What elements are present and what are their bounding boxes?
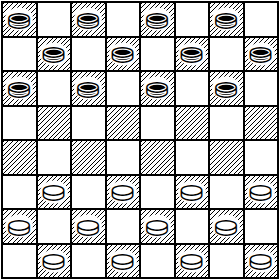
square-28-r7c7[interactable]: ⛀	[210, 210, 243, 243]
square-6-r2c4[interactable]: ⛂	[107, 38, 140, 71]
square-1-r1c1[interactable]: ⛂	[3, 3, 36, 36]
square-22-r6c4[interactable]: ⛀	[107, 176, 140, 209]
light-square-r8c7[interactable]	[210, 245, 243, 278]
black-man-piece[interactable]: ⛂	[249, 39, 273, 68]
light-square-r1c2[interactable]	[38, 3, 71, 36]
white-man-piece[interactable]: ⛀	[214, 212, 238, 241]
light-square-r2c3[interactable]	[72, 38, 105, 71]
square-21-r6c2[interactable]: ⛀	[38, 176, 71, 209]
square-17-r5c1[interactable]	[3, 141, 36, 174]
white-man-piece[interactable]: ⛀	[145, 212, 169, 241]
white-man-piece[interactable]: ⛀	[111, 246, 135, 275]
square-13-r4c2[interactable]	[38, 107, 71, 140]
light-square-r8c3[interactable]	[72, 245, 105, 278]
light-square-r4c3[interactable]	[72, 107, 105, 140]
light-square-r4c5[interactable]	[141, 107, 174, 140]
square-30-r8c4[interactable]: ⛀	[107, 245, 140, 278]
black-man-piece[interactable]: ⛂	[7, 5, 31, 34]
white-man-piece[interactable]: ⛀	[42, 246, 66, 275]
square-2-r1c3[interactable]: ⛂	[72, 3, 105, 36]
black-man-piece[interactable]: ⛂	[145, 74, 169, 103]
square-32-r8c8[interactable]: ⛀	[245, 245, 278, 278]
black-man-piece[interactable]: ⛂	[214, 74, 238, 103]
square-8-r2c8[interactable]: ⛂	[245, 38, 278, 71]
square-20-r5c7[interactable]	[210, 141, 243, 174]
light-square-r1c8[interactable]	[245, 3, 278, 36]
square-31-r8c6[interactable]: ⛀	[176, 245, 209, 278]
black-man-piece[interactable]: ⛂	[7, 74, 31, 103]
light-square-r6c3[interactable]	[72, 176, 105, 209]
square-27-r7c5[interactable]: ⛀	[141, 210, 174, 243]
square-9-r3c1[interactable]: ⛂	[3, 72, 36, 105]
square-14-r4c4[interactable]	[107, 107, 140, 140]
black-man-piece[interactable]: ⛂	[145, 5, 169, 34]
square-11-r3c5[interactable]: ⛂	[141, 72, 174, 105]
square-15-r4c6[interactable]	[176, 107, 209, 140]
white-man-piece[interactable]: ⛀	[76, 212, 100, 241]
square-4-r1c7[interactable]: ⛂	[210, 3, 243, 36]
light-square-r5c2[interactable]	[38, 141, 71, 174]
square-26-r7c3[interactable]: ⛀	[72, 210, 105, 243]
white-man-piece[interactable]: ⛀	[249, 246, 273, 275]
light-square-r4c7[interactable]	[210, 107, 243, 140]
light-square-r1c4[interactable]	[107, 3, 140, 36]
square-23-r6c6[interactable]: ⛀	[176, 176, 209, 209]
light-square-r6c7[interactable]	[210, 176, 243, 209]
square-24-r6c8[interactable]: ⛀	[245, 176, 278, 209]
light-square-r2c7[interactable]	[210, 38, 243, 71]
light-square-r3c8[interactable]	[245, 72, 278, 105]
square-7-r2c6[interactable]: ⛂	[176, 38, 209, 71]
white-man-piece[interactable]: ⛀	[180, 246, 204, 275]
black-man-piece[interactable]: ⛂	[42, 39, 66, 68]
black-man-piece[interactable]: ⛂	[76, 5, 100, 34]
light-square-r8c5[interactable]	[141, 245, 174, 278]
light-square-r6c1[interactable]	[3, 176, 36, 209]
light-square-r2c1[interactable]	[3, 38, 36, 71]
black-man-piece[interactable]: ⛂	[76, 74, 100, 103]
square-12-r3c7[interactable]: ⛂	[210, 72, 243, 105]
white-man-piece[interactable]: ⛀	[249, 177, 273, 206]
square-3-r1c5[interactable]: ⛂	[141, 3, 174, 36]
square-25-r7c1[interactable]: ⛀	[3, 210, 36, 243]
light-square-r8c1[interactable]	[3, 245, 36, 278]
black-man-piece[interactable]: ⛂	[214, 5, 238, 34]
black-man-piece[interactable]: ⛂	[180, 39, 204, 68]
black-man-piece[interactable]: ⛂	[111, 39, 135, 68]
light-square-r7c8[interactable]	[245, 210, 278, 243]
white-man-piece[interactable]: ⛀	[111, 177, 135, 206]
square-29-r8c2[interactable]: ⛀	[38, 245, 71, 278]
white-man-piece[interactable]: ⛀	[180, 177, 204, 206]
light-square-r7c6[interactable]	[176, 210, 209, 243]
square-19-r5c5[interactable]	[141, 141, 174, 174]
light-square-r3c6[interactable]	[176, 72, 209, 105]
square-18-r5c3[interactable]	[72, 141, 105, 174]
light-square-r3c2[interactable]	[38, 72, 71, 105]
light-square-r6c5[interactable]	[141, 176, 174, 209]
white-man-piece[interactable]: ⛀	[7, 212, 31, 241]
light-square-r2c5[interactable]	[141, 38, 174, 71]
light-square-r7c2[interactable]	[38, 210, 71, 243]
light-square-r3c4[interactable]	[107, 72, 140, 105]
square-16-r4c8[interactable]	[245, 107, 278, 140]
light-square-r5c4[interactable]	[107, 141, 140, 174]
light-square-r4c1[interactable]	[3, 107, 36, 140]
checkers-board: ⛂⛂⛂⛂⛂⛂⛂⛂⛂⛂⛂⛂⛀⛀⛀⛀⛀⛀⛀⛀⛀⛀⛀⛀	[1, 1, 279, 279]
light-square-r5c8[interactable]	[245, 141, 278, 174]
light-square-r1c6[interactable]	[176, 3, 209, 36]
square-10-r3c3[interactable]: ⛂	[72, 72, 105, 105]
light-square-r7c4[interactable]	[107, 210, 140, 243]
white-man-piece[interactable]: ⛀	[42, 177, 66, 206]
square-5-r2c2[interactable]: ⛂	[38, 38, 71, 71]
light-square-r5c6[interactable]	[176, 141, 209, 174]
